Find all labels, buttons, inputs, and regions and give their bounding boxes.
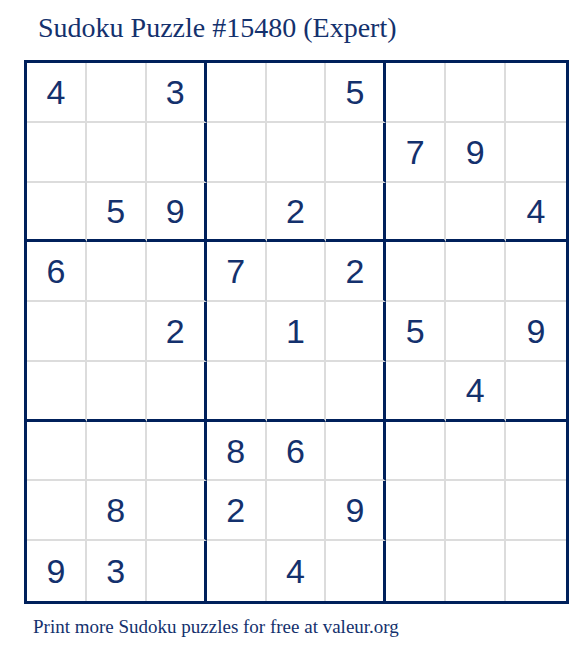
cell-r8c5 (267, 481, 327, 541)
cell-r2c8: 9 (446, 123, 506, 183)
cell-r4c3 (147, 242, 207, 302)
cell-r4c1: 6 (27, 242, 87, 302)
cell-r1c9 (506, 63, 566, 123)
cell-r7c4: 8 (207, 422, 267, 482)
cell-r7c5: 6 (267, 422, 327, 482)
cell-r7c8 (446, 422, 506, 482)
cell-r4c8 (446, 242, 506, 302)
cell-r9c8 (446, 541, 506, 601)
given-digit: 9 (466, 135, 485, 169)
cell-r1c8 (446, 63, 506, 123)
cell-r9c9 (506, 541, 566, 601)
cell-r7c1 (27, 422, 87, 482)
cell-r2c7: 7 (386, 123, 446, 183)
page: Sudoku Puzzle #15480 (Expert) 4357959246… (0, 0, 580, 651)
given-digit: 6 (286, 434, 305, 468)
cell-r4c2 (87, 242, 147, 302)
given-digit: 7 (406, 135, 425, 169)
given-digit: 9 (166, 194, 185, 228)
given-digit: 9 (345, 493, 364, 527)
cell-r2c2 (87, 123, 147, 183)
cell-r9c2: 3 (87, 541, 147, 601)
cell-r3c2: 5 (87, 183, 147, 243)
sudoku-grid: 4357959246722159486829934 (24, 60, 569, 604)
footer-text: Print more Sudoku puzzles for free at va… (33, 616, 399, 638)
given-digit: 8 (106, 493, 125, 527)
cell-r1c3: 3 (147, 63, 207, 123)
given-digit: 8 (226, 434, 245, 468)
given-digit: 6 (46, 254, 65, 288)
cell-r6c7 (386, 362, 446, 422)
given-digit: 7 (226, 254, 245, 288)
cell-r3c6 (326, 183, 386, 243)
cell-r3c9: 4 (506, 183, 566, 243)
cell-r4c6: 2 (326, 242, 386, 302)
given-digit: 5 (106, 194, 125, 228)
cell-r7c9 (506, 422, 566, 482)
cell-r3c1 (27, 183, 87, 243)
given-digit: 4 (286, 554, 305, 588)
cell-r8c9 (506, 481, 566, 541)
cell-r8c7 (386, 481, 446, 541)
cell-r7c6 (326, 422, 386, 482)
cell-r3c5: 2 (267, 183, 327, 243)
cell-r5c3: 2 (147, 302, 207, 362)
cell-r7c7 (386, 422, 446, 482)
cell-r8c6: 9 (326, 481, 386, 541)
given-digit: 9 (527, 314, 546, 348)
cell-r5c2 (87, 302, 147, 362)
cell-r3c4 (207, 183, 267, 243)
cell-r9c3 (147, 541, 207, 601)
cell-r6c3 (147, 362, 207, 422)
given-digit: 2 (286, 194, 305, 228)
cell-r1c5 (267, 63, 327, 123)
cell-r6c6 (326, 362, 386, 422)
cell-r8c4: 2 (207, 481, 267, 541)
cell-r9c5: 4 (267, 541, 327, 601)
cell-r9c1: 9 (27, 541, 87, 601)
cell-r5c9: 9 (506, 302, 566, 362)
cell-r1c2 (87, 63, 147, 123)
cell-r4c5 (267, 242, 327, 302)
cell-r8c8 (446, 481, 506, 541)
cell-r3c8 (446, 183, 506, 243)
cell-r2c1 (27, 123, 87, 183)
cell-r6c5 (267, 362, 327, 422)
given-digit: 1 (286, 314, 305, 348)
given-digit: 4 (527, 194, 546, 228)
given-digit: 2 (226, 493, 245, 527)
cell-r6c8: 4 (446, 362, 506, 422)
given-digit: 5 (406, 314, 425, 348)
given-digit: 3 (166, 75, 185, 109)
given-digit: 9 (46, 554, 65, 588)
cell-r1c7 (386, 63, 446, 123)
cell-r1c6: 5 (326, 63, 386, 123)
cell-r3c7 (386, 183, 446, 243)
cell-r5c5: 1 (267, 302, 327, 362)
cell-r6c4 (207, 362, 267, 422)
cell-r8c2: 8 (87, 481, 147, 541)
cell-r5c4 (207, 302, 267, 362)
cell-r4c9 (506, 242, 566, 302)
cell-r6c9 (506, 362, 566, 422)
cell-r9c6 (326, 541, 386, 601)
cell-r7c2 (87, 422, 147, 482)
cell-r2c6 (326, 123, 386, 183)
page-title: Sudoku Puzzle #15480 (Expert) (38, 12, 397, 44)
cell-r3c3: 9 (147, 183, 207, 243)
cell-r8c3 (147, 481, 207, 541)
cell-r9c7 (386, 541, 446, 601)
cell-r5c8 (446, 302, 506, 362)
cell-r6c1 (27, 362, 87, 422)
cell-r2c4 (207, 123, 267, 183)
given-digit: 4 (466, 373, 485, 407)
given-digit: 5 (345, 75, 364, 109)
cell-r4c7 (386, 242, 446, 302)
cell-r1c4 (207, 63, 267, 123)
cell-r5c1 (27, 302, 87, 362)
cell-r2c9 (506, 123, 566, 183)
cell-r2c5 (267, 123, 327, 183)
given-digit: 4 (46, 75, 65, 109)
cell-r6c2 (87, 362, 147, 422)
cell-r2c3 (147, 123, 207, 183)
cell-r5c6 (326, 302, 386, 362)
cell-r1c1: 4 (27, 63, 87, 123)
cell-r9c4 (207, 541, 267, 601)
cell-r5c7: 5 (386, 302, 446, 362)
given-digit: 2 (166, 314, 185, 348)
cell-r8c1 (27, 481, 87, 541)
cell-r4c4: 7 (207, 242, 267, 302)
given-digit: 2 (345, 254, 364, 288)
given-digit: 3 (106, 554, 125, 588)
cell-r7c3 (147, 422, 207, 482)
